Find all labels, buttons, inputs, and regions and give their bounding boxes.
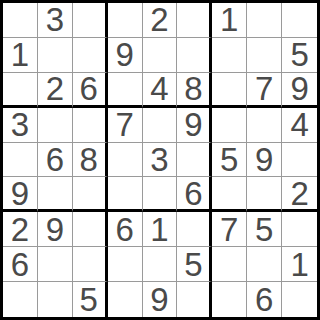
cell-r9c1[interactable] — [3, 282, 38, 317]
cell-r5c1[interactable] — [3, 143, 38, 178]
cell-r7c1[interactable]: 2 — [3, 212, 38, 247]
cell-r9c6[interactable] — [177, 282, 212, 317]
cell-r4c8[interactable] — [247, 108, 282, 143]
cell-r9c3[interactable]: 5 — [73, 282, 108, 317]
cell-r6c1[interactable]: 9 — [3, 177, 38, 212]
cell-r5c8[interactable]: 9 — [247, 143, 282, 178]
cell-r8c3[interactable] — [73, 247, 108, 282]
cell-r4c3[interactable] — [73, 108, 108, 143]
cell-r3c1[interactable] — [3, 73, 38, 108]
cell-r7c4[interactable]: 6 — [108, 212, 143, 247]
cell-r7c6[interactable] — [177, 212, 212, 247]
cell-r2c3[interactable] — [73, 38, 108, 73]
cell-r4c2[interactable] — [38, 108, 73, 143]
cell-r5c6[interactable] — [177, 143, 212, 178]
cell-r6c2[interactable] — [38, 177, 73, 212]
cell-r1c2[interactable]: 3 — [38, 3, 73, 38]
cell-r9c4[interactable] — [108, 282, 143, 317]
cell-r6c8[interactable] — [247, 177, 282, 212]
cell-r8c5[interactable] — [143, 247, 178, 282]
cell-r9c8[interactable]: 6 — [247, 282, 282, 317]
cell-r1c8[interactable] — [247, 3, 282, 38]
cell-r6c4[interactable] — [108, 177, 143, 212]
cell-r6c5[interactable] — [143, 177, 178, 212]
cell-r4c7[interactable] — [212, 108, 247, 143]
cell-r3c9[interactable]: 9 — [282, 73, 317, 108]
cell-r4c1[interactable]: 3 — [3, 108, 38, 143]
cell-r2c5[interactable] — [143, 38, 178, 73]
cell-r3c5[interactable]: 4 — [143, 73, 178, 108]
cell-r3c7[interactable] — [212, 73, 247, 108]
cell-r7c2[interactable]: 9 — [38, 212, 73, 247]
cell-r2c6[interactable] — [177, 38, 212, 73]
cell-r5c7[interactable]: 5 — [212, 143, 247, 178]
cell-r9c2[interactable] — [38, 282, 73, 317]
cell-r1c9[interactable] — [282, 3, 317, 38]
cell-r6c7[interactable] — [212, 177, 247, 212]
cell-r2c8[interactable] — [247, 38, 282, 73]
cell-r8c8[interactable] — [247, 247, 282, 282]
cell-r3c6[interactable]: 8 — [177, 73, 212, 108]
cell-r1c1[interactable] — [3, 3, 38, 38]
cell-r2c2[interactable] — [38, 38, 73, 73]
cell-r5c4[interactable] — [108, 143, 143, 178]
cell-r6c9[interactable]: 2 — [282, 177, 317, 212]
cell-r1c6[interactable] — [177, 3, 212, 38]
cell-r1c3[interactable] — [73, 3, 108, 38]
cell-r8c2[interactable] — [38, 247, 73, 282]
cell-r7c3[interactable] — [73, 212, 108, 247]
cell-r5c5[interactable]: 3 — [143, 143, 178, 178]
cell-r6c6[interactable]: 6 — [177, 177, 212, 212]
cell-r7c8[interactable]: 5 — [247, 212, 282, 247]
cell-r8c9[interactable]: 1 — [282, 247, 317, 282]
cell-r9c9[interactable] — [282, 282, 317, 317]
cell-r8c4[interactable] — [108, 247, 143, 282]
cell-r3c4[interactable] — [108, 73, 143, 108]
cell-r8c7[interactable] — [212, 247, 247, 282]
cell-r4c6[interactable]: 9 — [177, 108, 212, 143]
cell-r5c9[interactable] — [282, 143, 317, 178]
cell-r4c4[interactable]: 7 — [108, 108, 143, 143]
cell-r8c1[interactable]: 6 — [3, 247, 38, 282]
cell-r2c4[interactable]: 9 — [108, 38, 143, 73]
cell-r1c4[interactable] — [108, 3, 143, 38]
cell-r3c2[interactable]: 2 — [38, 73, 73, 108]
cell-r5c2[interactable]: 6 — [38, 143, 73, 178]
cell-r2c7[interactable] — [212, 38, 247, 73]
cell-r4c9[interactable]: 4 — [282, 108, 317, 143]
cell-r5c3[interactable]: 8 — [73, 143, 108, 178]
cell-r9c5[interactable]: 9 — [143, 282, 178, 317]
cell-r7c9[interactable] — [282, 212, 317, 247]
cell-r3c8[interactable]: 7 — [247, 73, 282, 108]
cell-r8c6[interactable]: 5 — [177, 247, 212, 282]
cell-r9c7[interactable] — [212, 282, 247, 317]
cell-r6c3[interactable] — [73, 177, 108, 212]
sudoku-board: 321195264879379468359962296175651596 — [0, 0, 320, 320]
cell-r7c7[interactable]: 7 — [212, 212, 247, 247]
cell-r4c5[interactable] — [143, 108, 178, 143]
cell-r1c5[interactable]: 2 — [143, 3, 178, 38]
cell-r2c9[interactable]: 5 — [282, 38, 317, 73]
cell-r3c3[interactable]: 6 — [73, 73, 108, 108]
cell-r7c5[interactable]: 1 — [143, 212, 178, 247]
cell-r1c7[interactable]: 1 — [212, 3, 247, 38]
cell-r2c1[interactable]: 1 — [3, 38, 38, 73]
